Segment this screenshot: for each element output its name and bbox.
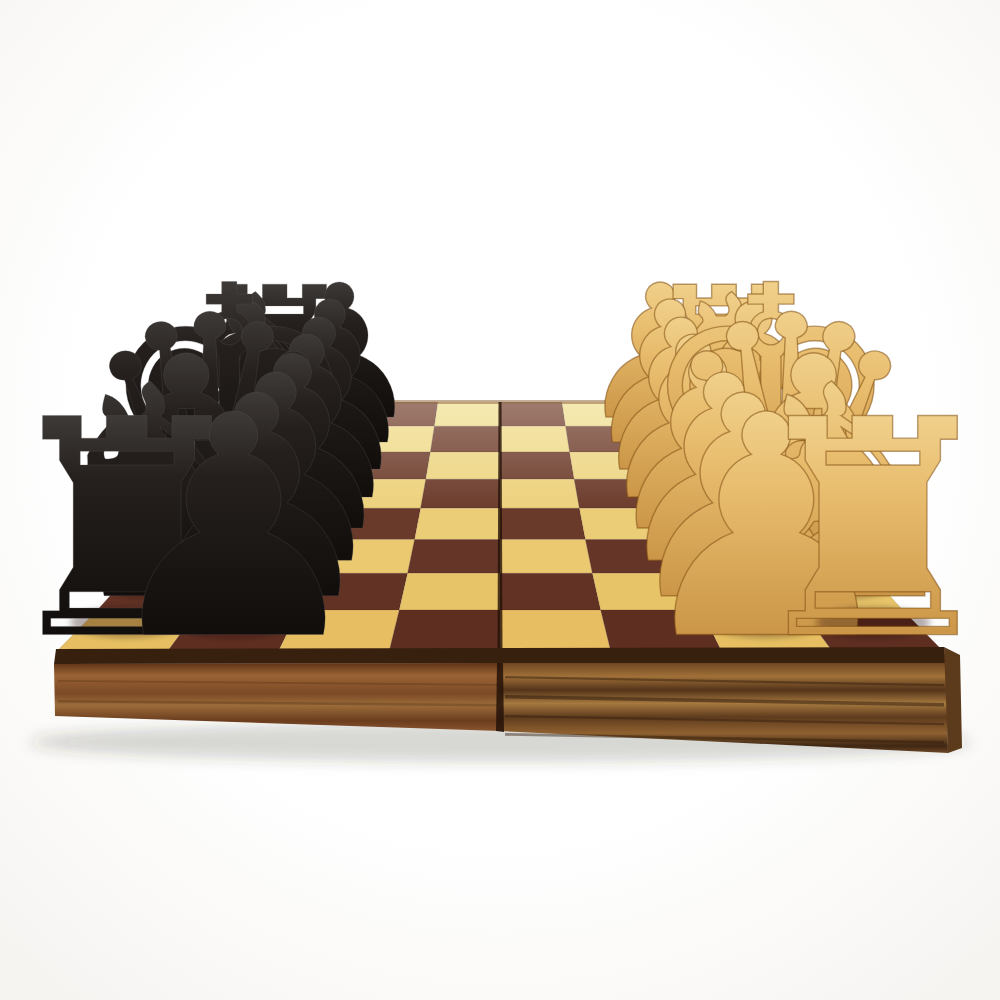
square-d5 (415, 508, 500, 539)
square-b4 (500, 573, 601, 610)
square-a4 (500, 610, 611, 650)
square-c5 (408, 540, 500, 574)
square-d4 (500, 508, 585, 539)
square-b5 (399, 573, 500, 610)
chess-board-photo: ♜♟♟♜♞♟♟♞♝♟♟♝♚♟♟♚♛♟♟♛♝♟♟♝♞♟♟♞♜♟♟♜ (0, 0, 1000, 1000)
square-c4 (500, 540, 592, 574)
chess-set-photo: ♜♟♟♜♞♟♟♞♝♟♟♝♚♟♟♚♛♟♟♛♝♟♟♝♞♟♟♞♜♟♟♜ (0, 0, 1000, 1000)
fold-seam-apron (496, 663, 504, 732)
black-pawn-a7: ♟ (96, 350, 370, 706)
white-rook-a1: ♜ (738, 356, 1000, 705)
square-a5 (390, 610, 501, 650)
